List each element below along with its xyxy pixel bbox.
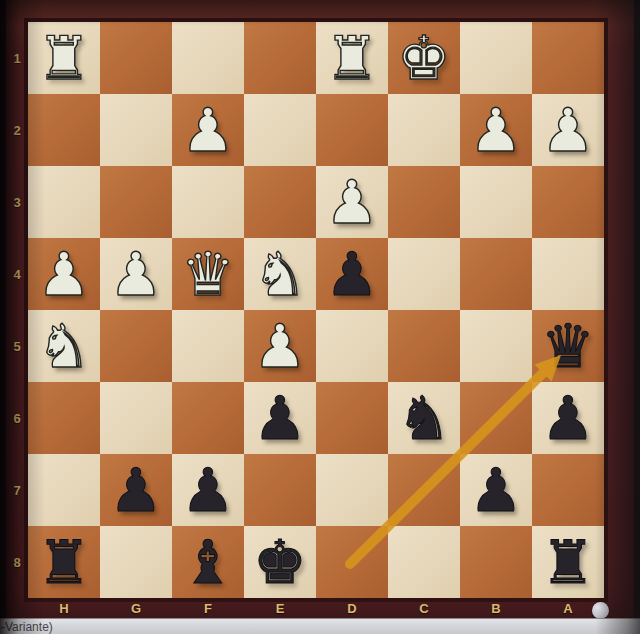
square-a3[interactable] xyxy=(532,166,604,238)
file-label-f: F xyxy=(172,598,244,618)
square-g2[interactable] xyxy=(100,94,172,166)
white-king-c1: ♚ xyxy=(397,22,451,94)
square-f5[interactable] xyxy=(172,310,244,382)
chess-board: ♜♜♚♟♟♟♟♟♟♛♞♟♞♟♛♟♞♟♟♟♟♜♝♚♜ xyxy=(28,22,604,598)
rank-label-7: 7 xyxy=(6,454,28,526)
square-h1[interactable]: ♜ xyxy=(28,22,100,94)
white-pawn-a2: ♟ xyxy=(541,94,595,166)
file-labels: HGFEDCBA xyxy=(28,598,604,618)
square-c3[interactable] xyxy=(388,166,460,238)
square-d6[interactable] xyxy=(316,382,388,454)
rank-label-5: 5 xyxy=(6,310,28,382)
square-b3[interactable] xyxy=(460,166,532,238)
square-b8[interactable] xyxy=(460,526,532,598)
square-g4[interactable]: ♟ xyxy=(100,238,172,310)
square-d8[interactable] xyxy=(316,526,388,598)
square-h8[interactable]: ♜ xyxy=(28,526,100,598)
square-e8[interactable]: ♚ xyxy=(244,526,316,598)
white-pawn-g4: ♟ xyxy=(109,238,163,310)
white-pawn-e5: ♟ xyxy=(253,310,307,382)
square-b5[interactable] xyxy=(460,310,532,382)
black-pawn-b7: ♟ xyxy=(469,454,523,526)
white-knight-h5: ♞ xyxy=(37,310,91,382)
black-pawn-d4: ♟ xyxy=(325,238,379,310)
rank-label-6: 6 xyxy=(6,382,28,454)
square-f7[interactable]: ♟ xyxy=(172,454,244,526)
white-rook-h1: ♜ xyxy=(37,22,91,94)
square-d1[interactable]: ♜ xyxy=(316,22,388,94)
square-e2[interactable] xyxy=(244,94,316,166)
square-a8[interactable]: ♜ xyxy=(532,526,604,598)
square-a1[interactable] xyxy=(532,22,604,94)
white-queen-f4: ♛ xyxy=(181,238,235,310)
square-e7[interactable] xyxy=(244,454,316,526)
corner-dot-indicator xyxy=(592,602,609,619)
square-c7[interactable] xyxy=(388,454,460,526)
square-e4[interactable]: ♞ xyxy=(244,238,316,310)
square-a6[interactable]: ♟ xyxy=(532,382,604,454)
square-g8[interactable] xyxy=(100,526,172,598)
square-f4[interactable]: ♛ xyxy=(172,238,244,310)
black-pawn-e6: ♟ xyxy=(253,382,307,454)
square-b7[interactable]: ♟ xyxy=(460,454,532,526)
file-label-e: E xyxy=(244,598,316,618)
chessboard-photo: ♜♜♚♟♟♟♟♟♟♛♞♟♞♟♛♟♞♟♟♟♟♜♝♚♜ 12345678 HGFED… xyxy=(0,0,640,634)
square-c2[interactable] xyxy=(388,94,460,166)
square-f8[interactable]: ♝ xyxy=(172,526,244,598)
status-bar: -Variante) xyxy=(0,618,640,634)
square-g5[interactable] xyxy=(100,310,172,382)
square-h6[interactable] xyxy=(28,382,100,454)
white-pawn-f2: ♟ xyxy=(181,94,235,166)
square-d2[interactable] xyxy=(316,94,388,166)
black-pawn-g7: ♟ xyxy=(109,454,163,526)
rank-label-4: 4 xyxy=(6,238,28,310)
square-h7[interactable] xyxy=(28,454,100,526)
square-a5[interactable]: ♛ xyxy=(532,310,604,382)
square-d3[interactable]: ♟ xyxy=(316,166,388,238)
square-a2[interactable]: ♟ xyxy=(532,94,604,166)
square-b6[interactable] xyxy=(460,382,532,454)
square-c1[interactable]: ♚ xyxy=(388,22,460,94)
square-a7[interactable] xyxy=(532,454,604,526)
square-c6[interactable]: ♞ xyxy=(388,382,460,454)
square-b4[interactable] xyxy=(460,238,532,310)
square-h3[interactable] xyxy=(28,166,100,238)
file-label-g: G xyxy=(100,598,172,618)
square-f3[interactable] xyxy=(172,166,244,238)
rank-label-1: 1 xyxy=(6,22,28,94)
black-king-e8: ♚ xyxy=(253,526,307,598)
square-c5[interactable] xyxy=(388,310,460,382)
black-rook-a8: ♜ xyxy=(541,526,595,598)
white-pawn-d3: ♟ xyxy=(325,166,379,238)
square-d4[interactable]: ♟ xyxy=(316,238,388,310)
square-f2[interactable]: ♟ xyxy=(172,94,244,166)
square-g3[interactable] xyxy=(100,166,172,238)
square-c4[interactable] xyxy=(388,238,460,310)
black-pawn-f7: ♟ xyxy=(181,454,235,526)
square-g1[interactable] xyxy=(100,22,172,94)
rank-label-3: 3 xyxy=(6,166,28,238)
white-pawn-h4: ♟ xyxy=(37,238,91,310)
file-label-d: D xyxy=(316,598,388,618)
black-pawn-a6: ♟ xyxy=(541,382,595,454)
black-knight-c6: ♞ xyxy=(397,382,451,454)
black-queen-a5: ♛ xyxy=(541,310,595,382)
square-g7[interactable]: ♟ xyxy=(100,454,172,526)
black-bishop-f8: ♝ xyxy=(181,526,235,598)
white-rook-d1: ♜ xyxy=(325,22,379,94)
square-h2[interactable] xyxy=(28,94,100,166)
file-label-b: B xyxy=(460,598,532,618)
white-pawn-b2: ♟ xyxy=(469,94,523,166)
square-c8[interactable] xyxy=(388,526,460,598)
file-label-c: C xyxy=(388,598,460,618)
rank-label-2: 2 xyxy=(6,94,28,166)
square-f6[interactable] xyxy=(172,382,244,454)
white-knight-e4: ♞ xyxy=(253,238,307,310)
square-e1[interactable] xyxy=(244,22,316,94)
square-e6[interactable]: ♟ xyxy=(244,382,316,454)
square-e5[interactable]: ♟ xyxy=(244,310,316,382)
status-bar-text: -Variante) xyxy=(0,619,53,634)
square-d7[interactable] xyxy=(316,454,388,526)
square-a4[interactable] xyxy=(532,238,604,310)
black-rook-h8: ♜ xyxy=(37,526,91,598)
square-h4[interactable]: ♟ xyxy=(28,238,100,310)
square-b2[interactable]: ♟ xyxy=(460,94,532,166)
square-g6[interactable] xyxy=(100,382,172,454)
rank-label-8: 8 xyxy=(6,526,28,598)
square-d5[interactable] xyxy=(316,310,388,382)
square-b1[interactable] xyxy=(460,22,532,94)
file-label-h: H xyxy=(28,598,100,618)
square-e3[interactable] xyxy=(244,166,316,238)
square-h5[interactable]: ♞ xyxy=(28,310,100,382)
rank-labels: 12345678 xyxy=(6,22,28,598)
square-f1[interactable] xyxy=(172,22,244,94)
